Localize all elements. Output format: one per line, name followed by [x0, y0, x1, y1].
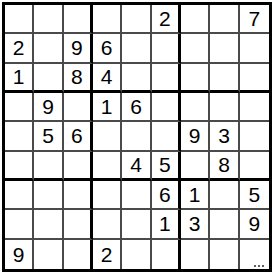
- cell-r1c4[interactable]: [93, 5, 122, 34]
- cell-r1c9[interactable]: 7: [240, 5, 269, 34]
- cell-r3c5[interactable]: [122, 64, 151, 93]
- cell-r2c1[interactable]: 2: [5, 34, 34, 63]
- cell-r8c2[interactable]: [34, 210, 63, 239]
- cell-r2c3[interactable]: 9: [64, 34, 93, 63]
- cell-r6c6[interactable]: 5: [152, 152, 181, 181]
- cell-r6c7[interactable]: [181, 152, 210, 181]
- cell-r7c9[interactable]: 5: [240, 181, 269, 210]
- cell-r8c9[interactable]: 9: [240, 210, 269, 239]
- cell-r8c4[interactable]: [93, 210, 122, 239]
- cell-r6c4[interactable]: [93, 152, 122, 181]
- cell-r1c1[interactable]: [5, 5, 34, 34]
- cell-r2c4[interactable]: 6: [93, 34, 122, 63]
- cell-r4c6[interactable]: [152, 93, 181, 122]
- cell-r7c4[interactable]: [93, 181, 122, 210]
- cell-r2c2[interactable]: [34, 34, 63, 63]
- cell-r9c7[interactable]: [181, 240, 210, 269]
- cell-r4c5[interactable]: 6: [122, 93, 151, 122]
- cell-r8c6[interactable]: 1: [152, 210, 181, 239]
- cell-r3c3[interactable]: 8: [64, 64, 93, 93]
- cell-r8c1[interactable]: [5, 210, 34, 239]
- cell-r9c8[interactable]: [210, 240, 239, 269]
- cell-r5c7[interactable]: 9: [181, 122, 210, 151]
- cell-r7c7[interactable]: 1: [181, 181, 210, 210]
- cell-r2c7[interactable]: [181, 34, 210, 63]
- cell-r4c2[interactable]: 9: [34, 93, 63, 122]
- cell-r5c9[interactable]: [240, 122, 269, 151]
- cell-r3c2[interactable]: [34, 64, 63, 93]
- cell-r5c4[interactable]: [93, 122, 122, 151]
- cell-r2c8[interactable]: [210, 34, 239, 63]
- cell-r4c8[interactable]: [210, 93, 239, 122]
- cell-r1c3[interactable]: [64, 5, 93, 34]
- cell-r3c7[interactable]: [181, 64, 210, 93]
- cell-r4c4[interactable]: 1: [93, 93, 122, 122]
- cell-r7c8[interactable]: [210, 181, 239, 210]
- cell-r9c3[interactable]: [64, 240, 93, 269]
- cell-r9c5[interactable]: [122, 240, 151, 269]
- cell-r6c3[interactable]: [64, 152, 93, 181]
- cell-r9c6[interactable]: [152, 240, 181, 269]
- cell-r3c1[interactable]: 1: [5, 64, 34, 93]
- cell-r3c9[interactable]: [240, 64, 269, 93]
- cell-r1c2[interactable]: [34, 5, 63, 34]
- cell-r6c5[interactable]: 4: [122, 152, 151, 181]
- cell-r8c8[interactable]: [210, 210, 239, 239]
- cell-r7c5[interactable]: [122, 181, 151, 210]
- cell-r4c1[interactable]: [5, 93, 34, 122]
- cell-r5c8[interactable]: 3: [210, 122, 239, 151]
- cell-r1c5[interactable]: [122, 5, 151, 34]
- cell-r8c3[interactable]: [64, 210, 93, 239]
- cell-r2c6[interactable]: [152, 34, 181, 63]
- cell-r7c2[interactable]: [34, 181, 63, 210]
- cell-r8c5[interactable]: [122, 210, 151, 239]
- cell-r9c4[interactable]: 2: [93, 240, 122, 269]
- cell-r4c3[interactable]: [64, 93, 93, 122]
- cell-r3c6[interactable]: [152, 64, 181, 93]
- cell-r5c6[interactable]: [152, 122, 181, 151]
- cell-r9c2[interactable]: [34, 240, 63, 269]
- cell-r6c1[interactable]: [5, 152, 34, 181]
- resize-grip-dots: [254, 265, 264, 267]
- cell-r6c2[interactable]: [34, 152, 63, 181]
- sudoku-board: 27296184916569345861513992: [2, 2, 272, 272]
- cell-r9c1[interactable]: 9: [5, 240, 34, 269]
- cell-r1c6[interactable]: 2: [152, 5, 181, 34]
- cell-r5c1[interactable]: [5, 122, 34, 151]
- cell-r3c4[interactable]: 4: [93, 64, 122, 93]
- cell-r1c7[interactable]: [181, 5, 210, 34]
- cell-r1c8[interactable]: [210, 5, 239, 34]
- cell-r7c6[interactable]: 6: [152, 181, 181, 210]
- cell-r2c5[interactable]: [122, 34, 151, 63]
- cell-r8c7[interactable]: 3: [181, 210, 210, 239]
- cell-r6c9[interactable]: [240, 152, 269, 181]
- cell-r4c7[interactable]: [181, 93, 210, 122]
- cell-r4c9[interactable]: [240, 93, 269, 122]
- cell-r5c3[interactable]: 6: [64, 122, 93, 151]
- cell-r7c1[interactable]: [5, 181, 34, 210]
- cell-r6c8[interactable]: 8: [210, 152, 239, 181]
- cell-r5c2[interactable]: 5: [34, 122, 63, 151]
- cell-r5c5[interactable]: [122, 122, 151, 151]
- cell-r7c3[interactable]: [64, 181, 93, 210]
- cell-r2c9[interactable]: [240, 34, 269, 63]
- cell-r3c8[interactable]: [210, 64, 239, 93]
